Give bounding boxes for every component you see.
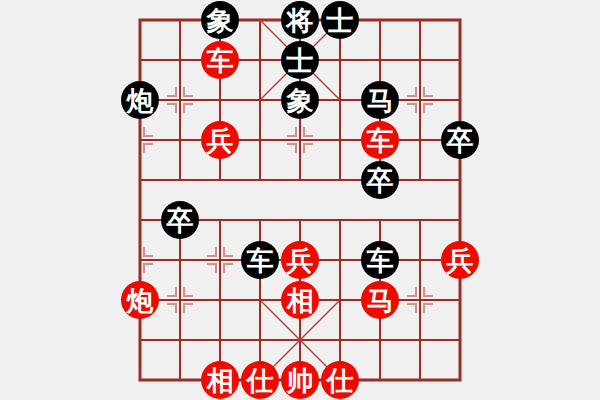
piece-black-soldier[interactable]: 卒 (161, 201, 199, 239)
piece-red-soldier[interactable]: 兵 (441, 241, 479, 279)
xiangqi-app: 象将士车士炮象马兵车卒卒卒车兵车兵炮相马相仕帅仕 (0, 0, 600, 400)
piece-red-elephant[interactable]: 相 (201, 361, 239, 399)
piece-black-elephant[interactable]: 象 (281, 81, 319, 119)
piece-black-chariot[interactable]: 车 (241, 241, 279, 279)
piece-black-soldier[interactable]: 卒 (361, 161, 399, 199)
piece-red-advisor[interactable]: 仕 (321, 361, 359, 399)
piece-red-horse[interactable]: 马 (361, 281, 399, 319)
piece-black-general[interactable]: 将 (281, 1, 319, 39)
piece-red-advisor[interactable]: 仕 (241, 361, 279, 399)
piece-red-cannon[interactable]: 炮 (121, 281, 159, 319)
piece-black-advisor[interactable]: 士 (321, 1, 359, 39)
piece-red-elephant[interactable]: 相 (281, 281, 319, 319)
piece-red-soldier[interactable]: 兵 (201, 121, 239, 159)
piece-black-elephant[interactable]: 象 (201, 1, 239, 39)
piece-red-chariot[interactable]: 车 (201, 41, 239, 79)
piece-black-horse[interactable]: 马 (361, 81, 399, 119)
piece-red-general[interactable]: 帅 (281, 361, 319, 399)
pieces-layer: 象将士车士炮象马兵车卒卒卒车兵车兵炮相马相仕帅仕 (120, 0, 480, 400)
piece-black-soldier[interactable]: 卒 (441, 121, 479, 159)
piece-black-chariot[interactable]: 车 (361, 241, 399, 279)
piece-red-chariot[interactable]: 车 (361, 121, 399, 159)
piece-black-advisor[interactable]: 士 (281, 41, 319, 79)
piece-red-soldier[interactable]: 兵 (281, 241, 319, 279)
piece-black-cannon[interactable]: 炮 (121, 81, 159, 119)
